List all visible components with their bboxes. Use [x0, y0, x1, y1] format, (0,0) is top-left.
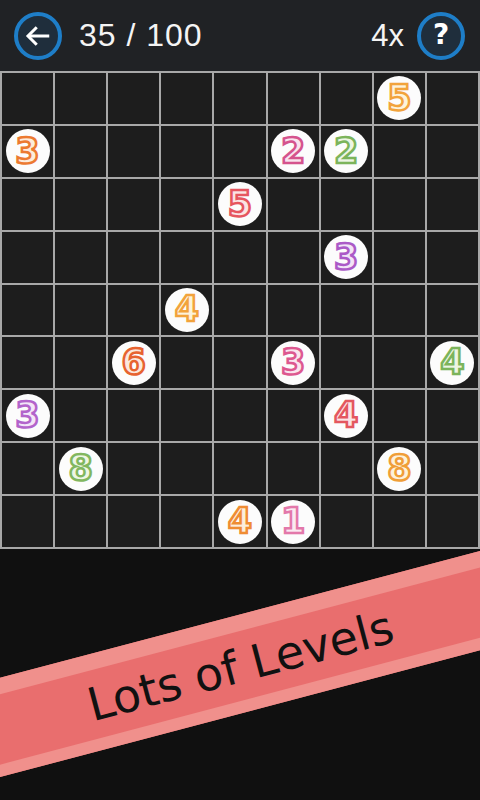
chip-number: 4: [440, 345, 464, 380]
cell-r8c6[interactable]: [268, 443, 319, 494]
cell-r4c6[interactable]: [268, 232, 319, 283]
cell-r2c3[interactable]: [108, 126, 159, 177]
cell-r6c4[interactable]: [161, 337, 212, 388]
cell-r1c7[interactable]: [321, 73, 372, 124]
cell-r1c5[interactable]: [214, 73, 265, 124]
cell-r2c1[interactable]: 3: [2, 126, 53, 177]
cell-r7c1[interactable]: 3: [2, 390, 53, 441]
cell-r1c1[interactable]: [2, 73, 53, 124]
promo-ribbon-text: Lots of Levels: [82, 600, 399, 732]
cell-r6c7[interactable]: [321, 337, 372, 388]
cell-r7c5[interactable]: [214, 390, 265, 441]
board: 5322534634348841: [0, 71, 480, 549]
cell-r3c5[interactable]: 5: [214, 179, 265, 230]
cell-r5c8[interactable]: [374, 285, 425, 336]
chip-number: 2: [334, 134, 358, 169]
cell-r6c8[interactable]: [374, 337, 425, 388]
chip-number: 2: [281, 134, 305, 169]
cell-r7c2[interactable]: [55, 390, 106, 441]
cell-r4c3[interactable]: [108, 232, 159, 283]
cell-r8c9[interactable]: [427, 443, 478, 494]
cell-r6c6[interactable]: 3: [268, 337, 319, 388]
number-chip-1[interactable]: 1: [271, 500, 315, 544]
number-chip-8[interactable]: 8: [377, 447, 421, 491]
number-chip-6[interactable]: 6: [112, 341, 156, 385]
cell-r7c4[interactable]: [161, 390, 212, 441]
cell-r1c3[interactable]: [108, 73, 159, 124]
cell-r6c9[interactable]: 4: [427, 337, 478, 388]
number-chip-4[interactable]: 4: [218, 500, 262, 544]
cell-r3c4[interactable]: [161, 179, 212, 230]
number-chip-3[interactable]: 3: [6, 394, 50, 438]
cell-r2c8[interactable]: [374, 126, 425, 177]
chip-number: 6: [122, 345, 146, 380]
cell-r4c5[interactable]: [214, 232, 265, 283]
cell-r3c7[interactable]: [321, 179, 372, 230]
number-chip-2[interactable]: 2: [324, 129, 368, 173]
cell-r3c8[interactable]: [374, 179, 425, 230]
cell-r9c7[interactable]: [321, 496, 372, 547]
cell-r9c2[interactable]: [55, 496, 106, 547]
cell-r3c9[interactable]: [427, 179, 478, 230]
cell-r4c4[interactable]: [161, 232, 212, 283]
hint-count: 4x: [371, 18, 404, 54]
number-chip-5[interactable]: 5: [377, 76, 421, 120]
number-chip-4[interactable]: 4: [430, 341, 474, 385]
cell-r6c5[interactable]: [214, 337, 265, 388]
number-chip-4[interactable]: 4: [165, 288, 209, 332]
cell-r8c2[interactable]: 8: [55, 443, 106, 494]
number-chip-4[interactable]: 4: [324, 394, 368, 438]
cell-r5c5[interactable]: [214, 285, 265, 336]
chip-number: 3: [15, 134, 39, 169]
cell-r7c3[interactable]: [108, 390, 159, 441]
cell-r6c2[interactable]: [55, 337, 106, 388]
help-button[interactable]: ?: [417, 12, 465, 60]
cell-r8c1[interactable]: [2, 443, 53, 494]
top-bar: 35 / 100 4x ?: [0, 0, 480, 71]
cell-r9c6[interactable]: 1: [268, 496, 319, 547]
cell-r6c3[interactable]: 6: [108, 337, 159, 388]
cell-r5c1[interactable]: [2, 285, 53, 336]
cell-r8c5[interactable]: [214, 443, 265, 494]
back-button[interactable]: [14, 12, 62, 60]
cell-r2c4[interactable]: [161, 126, 212, 177]
cell-r9c9[interactable]: [427, 496, 478, 547]
cell-r3c6[interactable]: [268, 179, 319, 230]
level-progress: 35 / 100: [79, 17, 203, 54]
chip-number: 8: [68, 451, 92, 486]
cell-r8c4[interactable]: [161, 443, 212, 494]
promo-ribbon: Lots of Levels: [0, 546, 480, 782]
number-chip-3[interactable]: 3: [271, 341, 315, 385]
chip-number: 5: [228, 187, 252, 222]
number-chip-5[interactable]: 5: [218, 182, 262, 226]
cell-r7c7[interactable]: 4: [321, 390, 372, 441]
chip-number: 8: [387, 451, 411, 486]
number-chip-3[interactable]: 3: [324, 235, 368, 279]
cell-r9c3[interactable]: [108, 496, 159, 547]
cell-r5c7[interactable]: [321, 285, 372, 336]
cell-r4c1[interactable]: [2, 232, 53, 283]
cell-r7c6[interactable]: [268, 390, 319, 441]
number-chip-3[interactable]: 3: [6, 129, 50, 173]
cell-r2c2[interactable]: [55, 126, 106, 177]
cell-r7c9[interactable]: [427, 390, 478, 441]
cell-r1c9[interactable]: [427, 73, 478, 124]
chip-number: 3: [15, 398, 39, 433]
back-arrow-icon: [23, 21, 53, 51]
cell-r5c4[interactable]: 4: [161, 285, 212, 336]
cell-r9c1[interactable]: [2, 496, 53, 547]
cell-r2c7[interactable]: 2: [321, 126, 372, 177]
cell-r1c4[interactable]: [161, 73, 212, 124]
cell-r2c9[interactable]: [427, 126, 478, 177]
cell-r1c2[interactable]: [55, 73, 106, 124]
cell-r5c9[interactable]: [427, 285, 478, 336]
chip-number: 4: [228, 504, 252, 539]
chip-number: 4: [175, 292, 199, 327]
question-mark-icon: ?: [433, 21, 449, 51]
number-chip-8[interactable]: 8: [59, 447, 103, 491]
cell-r9c5[interactable]: 4: [214, 496, 265, 547]
cell-r7c8[interactable]: [374, 390, 425, 441]
chip-number: 4: [334, 398, 358, 433]
chip-number: 3: [334, 240, 358, 275]
app-screen: 35 / 100 4x ? 5322534634348841 Lots of L…: [0, 0, 480, 800]
cell-r3c3[interactable]: [108, 179, 159, 230]
cell-r3c1[interactable]: [2, 179, 53, 230]
cell-r9c4[interactable]: [161, 496, 212, 547]
cell-r1c8[interactable]: 5: [374, 73, 425, 124]
cell-r2c6[interactable]: 2: [268, 126, 319, 177]
chip-number: 5: [387, 81, 411, 116]
cell-r4c2[interactable]: [55, 232, 106, 283]
chip-number: 3: [281, 345, 305, 380]
cell-r5c3[interactable]: [108, 285, 159, 336]
cell-r2c5[interactable]: [214, 126, 265, 177]
cell-r8c7[interactable]: [321, 443, 372, 494]
cell-r5c6[interactable]: [268, 285, 319, 336]
cell-r8c8[interactable]: 8: [374, 443, 425, 494]
cell-r6c1[interactable]: [2, 337, 53, 388]
cell-r4c9[interactable]: [427, 232, 478, 283]
cell-r3c2[interactable]: [55, 179, 106, 230]
cell-r9c8[interactable]: [374, 496, 425, 547]
number-chip-2[interactable]: 2: [271, 129, 315, 173]
cell-r4c7[interactable]: 3: [321, 232, 372, 283]
cell-r1c6[interactable]: [268, 73, 319, 124]
chip-number: 1: [281, 504, 305, 539]
cell-r8c3[interactable]: [108, 443, 159, 494]
cell-r4c8[interactable]: [374, 232, 425, 283]
cell-r5c2[interactable]: [55, 285, 106, 336]
